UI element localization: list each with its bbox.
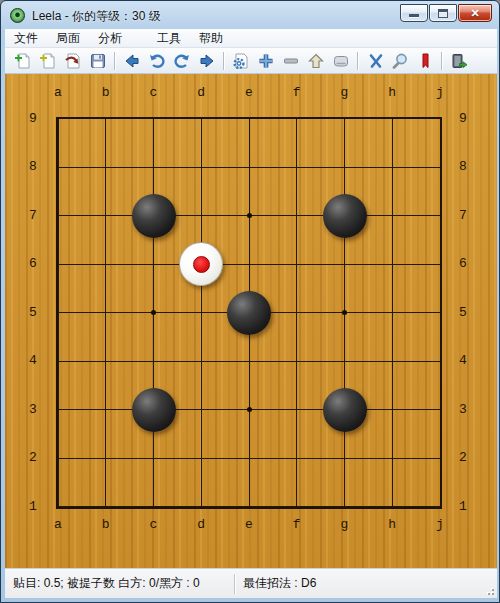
pass-button[interactable]	[304, 49, 327, 72]
toolbar-separator	[441, 52, 442, 70]
close-button[interactable]: ✕	[458, 4, 492, 22]
app-icon	[10, 8, 25, 23]
redo-move-icon	[173, 52, 191, 70]
score-button[interactable]	[329, 49, 352, 72]
engine-analysis-icon	[232, 52, 250, 70]
score-icon	[332, 52, 350, 70]
remove-button[interactable]	[279, 49, 302, 72]
exit-button[interactable]	[447, 49, 470, 72]
menu-bar: 文件 局面 分析 工具 帮助	[5, 29, 497, 47]
menu-file[interactable]: 文件	[5, 29, 47, 48]
analyze-button[interactable]	[388, 49, 411, 72]
redo-move-button[interactable]	[170, 49, 193, 72]
toolbar-separator	[114, 52, 115, 70]
open-game-icon	[64, 52, 82, 70]
status-bar: 贴目: 0.5; 被提子数 白方: 0/黑方 : 0 最佳招法 : D6	[5, 568, 497, 598]
new-rated-game-icon	[39, 52, 57, 70]
add-icon	[257, 52, 275, 70]
last-move-button[interactable]	[195, 49, 218, 72]
undo-move-icon	[148, 52, 166, 70]
new-rated-game-button[interactable]	[36, 49, 59, 72]
menu-tools[interactable]: 工具	[148, 29, 190, 48]
menu-position[interactable]: 局面	[47, 29, 89, 48]
add-button[interactable]	[254, 49, 277, 72]
pass-icon	[307, 52, 325, 70]
resign-icon	[366, 52, 384, 70]
go-board: aabbccddeeffgghhjj998877665544332211	[5, 74, 497, 568]
undo-move-button[interactable]	[145, 49, 168, 72]
resign-button[interactable]	[363, 49, 386, 72]
new-game-icon	[14, 52, 32, 70]
save-game-button[interactable]	[86, 49, 109, 72]
window-title: Leela - 你的等级：30 级	[32, 8, 161, 25]
toolbar-separator	[223, 52, 224, 70]
exit-icon	[450, 52, 468, 70]
analyze-icon	[391, 52, 409, 70]
close-icon: ✕	[470, 8, 479, 19]
engine-analysis-button[interactable]	[229, 49, 252, 72]
bookmark-button[interactable]	[413, 49, 436, 72]
bookmark-icon	[416, 52, 434, 70]
board-border	[56, 117, 442, 509]
maximize-icon	[438, 9, 448, 18]
new-game-button[interactable]	[11, 49, 34, 72]
status-komi-captures: 贴目: 0.5; 被提子数 白方: 0/黑方 : 0	[5, 575, 234, 592]
minimize-button[interactable]	[400, 4, 428, 22]
first-move-button[interactable]	[120, 49, 143, 72]
open-game-button[interactable]	[61, 49, 84, 72]
resize-grip[interactable]	[484, 585, 494, 595]
toolbar	[5, 47, 497, 74]
leela-window: Leela - 你的等级：30 级 ✕ 文件 局面 分析 工具 帮助	[0, 0, 500, 603]
last-move-icon	[198, 52, 216, 70]
minimize-icon	[409, 14, 419, 17]
title-bar[interactable]: Leela - 你的等级：30 级 ✕	[1, 1, 499, 29]
menu-help[interactable]: 帮助	[190, 29, 232, 48]
status-best-move: 最佳招法 : D6	[235, 575, 497, 592]
maximize-button[interactable]	[429, 4, 457, 22]
menu-analysis[interactable]: 分析	[89, 29, 131, 48]
save-game-icon	[89, 52, 107, 70]
first-move-icon	[123, 52, 141, 70]
toolbar-separator	[357, 52, 358, 70]
remove-icon	[282, 52, 300, 70]
